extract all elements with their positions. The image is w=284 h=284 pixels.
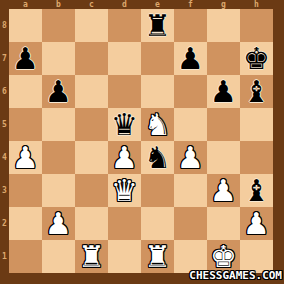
- square-b1[interactable]: [42, 240, 75, 273]
- square-b6[interactable]: ♟: [42, 75, 75, 108]
- piece-white-rook-e1: ♜: [144, 242, 171, 272]
- piece-white-knight-e5: ♞: [144, 110, 171, 140]
- square-g8[interactable]: [207, 9, 240, 42]
- square-d4[interactable]: ♟: [108, 141, 141, 174]
- chess-board: ♜♟♟♚♟♟♝♛♞♟♟♞♟♛♟♝♟♟♜♜♚: [9, 9, 273, 273]
- rank-label-2: 2: [0, 207, 9, 240]
- square-g6[interactable]: ♟: [207, 75, 240, 108]
- square-c3[interactable]: [75, 174, 108, 207]
- piece-white-pawn-a4: ♟: [12, 143, 39, 173]
- square-a7[interactable]: ♟: [9, 42, 42, 75]
- piece-white-pawn-d4: ♟: [111, 143, 138, 173]
- piece-white-pawn-f4: ♟: [177, 143, 204, 173]
- rank-label-4: 4: [0, 141, 9, 174]
- square-e8[interactable]: ♜: [141, 9, 174, 42]
- square-a1[interactable]: [9, 240, 42, 273]
- rank-label-7: 7: [0, 42, 9, 75]
- square-h4[interactable]: [240, 141, 273, 174]
- chess-board-diagram: abcdefgh 87654321 ♜♟♟♚♟♟♝♛♞♟♟♞♟♛♟♝♟♟♜♜♚ …: [0, 0, 284, 284]
- square-b7[interactable]: [42, 42, 75, 75]
- square-c2[interactable]: [75, 207, 108, 240]
- piece-black-pawn-a7: ♟: [12, 44, 39, 74]
- square-d5[interactable]: ♛: [108, 108, 141, 141]
- file-labels: abcdefgh: [9, 0, 273, 9]
- square-d6[interactable]: [108, 75, 141, 108]
- square-f2[interactable]: [174, 207, 207, 240]
- piece-white-pawn-g3: ♟: [210, 176, 237, 206]
- square-d3[interactable]: ♛: [108, 174, 141, 207]
- piece-black-pawn-b6: ♟: [45, 77, 72, 107]
- square-a4[interactable]: ♟: [9, 141, 42, 174]
- square-f5[interactable]: [174, 108, 207, 141]
- square-e3[interactable]: [141, 174, 174, 207]
- square-f4[interactable]: ♟: [174, 141, 207, 174]
- square-f6[interactable]: [174, 75, 207, 108]
- square-g5[interactable]: [207, 108, 240, 141]
- square-c4[interactable]: [75, 141, 108, 174]
- square-h8[interactable]: [240, 9, 273, 42]
- square-a6[interactable]: [9, 75, 42, 108]
- square-c1[interactable]: ♜: [75, 240, 108, 273]
- square-b3[interactable]: [42, 174, 75, 207]
- rank-label-3: 3: [0, 174, 9, 207]
- square-g3[interactable]: ♟: [207, 174, 240, 207]
- square-a2[interactable]: [9, 207, 42, 240]
- square-f8[interactable]: [174, 9, 207, 42]
- square-h2[interactable]: ♟: [240, 207, 273, 240]
- piece-black-rook-e8: ♜: [144, 11, 171, 41]
- rank-label-8: 8: [0, 9, 9, 42]
- square-b8[interactable]: [42, 9, 75, 42]
- square-d8[interactable]: [108, 9, 141, 42]
- rank-labels: 87654321: [0, 9, 9, 273]
- square-g2[interactable]: [207, 207, 240, 240]
- piece-black-pawn-g6: ♟: [210, 77, 237, 107]
- piece-black-bishop-h3: ♝: [243, 176, 270, 206]
- square-a8[interactable]: [9, 9, 42, 42]
- square-e6[interactable]: [141, 75, 174, 108]
- square-c6[interactable]: [75, 75, 108, 108]
- square-e5[interactable]: ♞: [141, 108, 174, 141]
- square-d1[interactable]: [108, 240, 141, 273]
- square-h5[interactable]: [240, 108, 273, 141]
- piece-black-queen-d5: ♛: [111, 110, 138, 140]
- piece-white-pawn-b2: ♟: [45, 209, 72, 239]
- square-f7[interactable]: ♟: [174, 42, 207, 75]
- piece-white-pawn-h2: ♟: [243, 209, 270, 239]
- piece-white-rook-c1: ♜: [78, 242, 105, 272]
- square-g7[interactable]: [207, 42, 240, 75]
- square-b5[interactable]: [42, 108, 75, 141]
- square-b4[interactable]: [42, 141, 75, 174]
- square-e1[interactable]: ♜: [141, 240, 174, 273]
- square-d2[interactable]: [108, 207, 141, 240]
- square-b2[interactable]: ♟: [42, 207, 75, 240]
- rank-label-1: 1: [0, 240, 9, 273]
- square-h3[interactable]: ♝: [240, 174, 273, 207]
- piece-black-pawn-f7: ♟: [177, 44, 204, 74]
- square-a3[interactable]: [9, 174, 42, 207]
- chessgames-watermark: CHESSGAMES.COM: [189, 269, 282, 282]
- square-c5[interactable]: [75, 108, 108, 141]
- square-f3[interactable]: [174, 174, 207, 207]
- square-c8[interactable]: [75, 9, 108, 42]
- square-c7[interactable]: [75, 42, 108, 75]
- square-e4[interactable]: ♞: [141, 141, 174, 174]
- piece-black-knight-e4: ♞: [144, 143, 171, 173]
- square-g4[interactable]: [207, 141, 240, 174]
- piece-black-king-h7: ♚: [243, 44, 270, 74]
- square-a5[interactable]: [9, 108, 42, 141]
- square-h7[interactable]: ♚: [240, 42, 273, 75]
- piece-white-queen-d3: ♛: [111, 176, 138, 206]
- rank-label-6: 6: [0, 75, 9, 108]
- square-e7[interactable]: [141, 42, 174, 75]
- square-e2[interactable]: [141, 207, 174, 240]
- piece-black-bishop-h6: ♝: [243, 77, 270, 107]
- square-h6[interactable]: ♝: [240, 75, 273, 108]
- square-d7[interactable]: [108, 42, 141, 75]
- rank-label-5: 5: [0, 108, 9, 141]
- piece-white-king-g1: ♚: [210, 242, 237, 272]
